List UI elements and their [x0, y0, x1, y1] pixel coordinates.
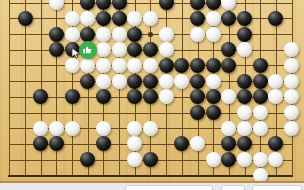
stone-black	[253, 58, 268, 73]
stone-black	[174, 136, 189, 151]
stone-black	[80, 152, 95, 167]
stone-white	[80, 11, 95, 26]
stone-black	[206, 58, 221, 73]
stone-black	[49, 27, 64, 42]
stone-black	[80, 27, 95, 42]
stone-black	[49, 42, 64, 57]
stone-white	[284, 74, 299, 89]
stone-white	[65, 121, 80, 136]
stone-white	[237, 121, 252, 136]
stone-black	[65, 89, 80, 104]
stone-black	[96, 89, 111, 104]
stone-black	[221, 42, 236, 57]
stone-black	[237, 136, 252, 151]
stone-white	[127, 152, 142, 167]
stone-white	[143, 121, 158, 136]
stone-black	[18, 11, 33, 26]
stone-black	[237, 74, 252, 89]
stone-white	[127, 58, 142, 73]
stone-black	[253, 74, 268, 89]
stone-black	[127, 74, 142, 89]
stone-white	[159, 74, 174, 89]
stone-black	[143, 74, 158, 89]
stone-black	[237, 27, 252, 42]
stone-white	[268, 74, 283, 89]
mouse-cursor-icon	[71, 44, 82, 63]
stone-white	[237, 105, 252, 120]
partial-toolbar-button[interactable]	[221, 185, 245, 190]
stone-white	[190, 136, 205, 151]
partial-toolbar-button[interactable]	[252, 185, 302, 190]
stone-white	[206, 74, 221, 89]
stone-black	[143, 89, 158, 104]
stone-white	[159, 27, 174, 42]
stone-white	[65, 11, 80, 26]
stone-white	[253, 121, 268, 136]
stone-black	[268, 136, 283, 151]
stone-white	[284, 58, 299, 73]
stone-black	[143, 152, 158, 167]
stone-white	[112, 58, 127, 73]
stone-black	[206, 105, 221, 120]
stone-white	[221, 89, 236, 104]
partial-toolbar-button[interactable]	[125, 185, 213, 190]
stone-black	[127, 42, 142, 57]
stone-white	[253, 105, 268, 120]
stone-white	[96, 121, 111, 136]
stone-black	[33, 136, 48, 151]
stone-black	[33, 89, 48, 104]
stone-white	[112, 74, 127, 89]
stone-black	[143, 42, 158, 57]
stone-white	[96, 42, 111, 57]
stone-white	[96, 27, 111, 42]
stone-white	[127, 11, 142, 26]
stone-white	[284, 89, 299, 104]
go-app-window	[0, 0, 304, 190]
stone-white	[143, 11, 158, 26]
stone-black	[268, 11, 283, 26]
stone-black	[221, 58, 236, 73]
stone-white	[253, 152, 268, 167]
stone-white	[221, 0, 236, 10]
stone-black	[237, 11, 252, 26]
stone-white	[268, 152, 283, 167]
go-board[interactable]	[0, 0, 304, 183]
stone-black	[112, 11, 127, 26]
stone-white	[33, 121, 48, 136]
stone-black	[96, 11, 111, 26]
stone-black	[221, 11, 236, 26]
stone-black	[96, 0, 111, 10]
bottom-toolbar	[0, 183, 304, 190]
stone-white	[112, 42, 127, 57]
stone-black	[206, 89, 221, 104]
stone-white	[127, 121, 142, 136]
stone-black	[190, 89, 205, 104]
stone-white	[237, 42, 252, 57]
stone-white	[49, 0, 64, 10]
stone-white	[284, 121, 299, 136]
board-edge-line	[8, 175, 293, 177]
stone-white	[96, 74, 111, 89]
stone-black	[237, 89, 252, 104]
stone-white	[127, 136, 142, 151]
stone-black	[80, 74, 95, 89]
stone-white	[206, 11, 221, 26]
stone-black	[206, 0, 221, 10]
grid-line-vertical	[25, 0, 26, 175]
stone-black	[159, 58, 174, 73]
stone-black	[190, 0, 205, 10]
stone-black	[96, 136, 111, 151]
stone-white	[174, 74, 189, 89]
stone-white	[190, 27, 205, 42]
stone-white	[80, 58, 95, 73]
stone-black	[174, 58, 189, 73]
stone-white	[143, 58, 158, 73]
stone-black	[127, 89, 142, 104]
stone-black	[80, 0, 95, 10]
grid-line-vertical	[9, 0, 10, 175]
thumbs-up-icon	[82, 44, 93, 55]
stone-black	[221, 136, 236, 151]
stone-black	[190, 11, 205, 26]
stone-black	[159, 0, 174, 10]
stone-white	[159, 42, 174, 57]
stone-white	[268, 89, 283, 104]
stone-white	[96, 58, 111, 73]
star-point	[148, 32, 153, 37]
stone-white	[284, 105, 299, 120]
stone-black	[190, 74, 205, 89]
stone-white	[49, 121, 64, 136]
stone-white	[112, 27, 127, 42]
stone-black	[253, 89, 268, 104]
stone-black	[190, 105, 205, 120]
stone-white	[159, 89, 174, 104]
stone-white	[237, 152, 252, 167]
stone-white	[221, 121, 236, 136]
stone-black	[127, 27, 142, 42]
stone-white	[65, 27, 80, 42]
stone-white	[206, 152, 221, 167]
stone-white	[284, 42, 299, 57]
stone-white	[206, 27, 221, 42]
stone-black	[190, 58, 205, 73]
stone-black	[112, 0, 127, 10]
stone-black	[49, 136, 64, 151]
stone-black	[221, 152, 236, 167]
